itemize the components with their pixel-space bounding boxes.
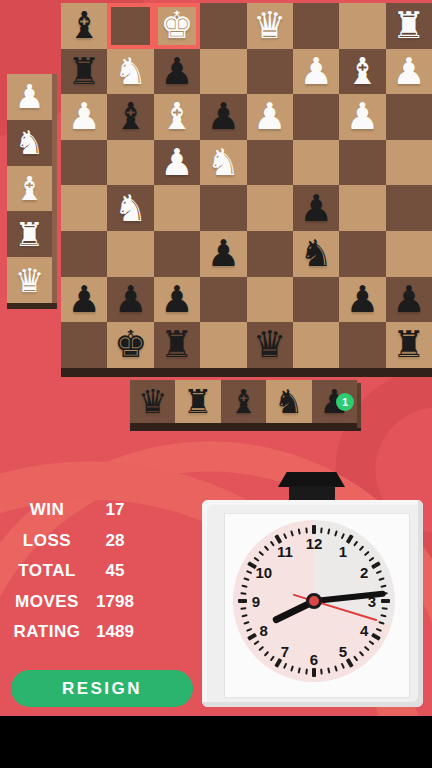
stat-label: WIN — [0, 500, 94, 520]
board-square[interactable]: ♟ — [154, 140, 200, 186]
board-square[interactable] — [293, 277, 339, 323]
black-pawn: ♟ — [299, 190, 332, 227]
stat-row-moves: MOVES 1798 — [0, 587, 200, 618]
stat-label: LOSS — [0, 531, 94, 551]
black-pawn: ♟ — [392, 281, 425, 318]
white-knight: ♞ — [114, 53, 147, 90]
clock-tick — [368, 557, 374, 562]
captured-piece-cell: ♞ — [7, 120, 52, 166]
clock-tick — [380, 585, 386, 588]
board-square[interactable] — [339, 231, 385, 277]
board-square[interactable]: ♜ — [154, 322, 200, 368]
white-king: ♚ — [160, 7, 193, 44]
board-square[interactable] — [339, 140, 385, 186]
board-square[interactable]: ♟ — [61, 277, 107, 323]
black-knight: ♞ — [299, 235, 332, 272]
clock-tick — [290, 665, 294, 671]
clock-tick — [305, 669, 308, 675]
black-rook: ♜ — [68, 53, 101, 90]
clock-tick — [382, 607, 388, 610]
white-knight: ♞ — [15, 126, 45, 159]
board-square[interactable]: ♟ — [293, 49, 339, 95]
clock-tick — [320, 527, 323, 533]
clock-number: 9 — [252, 593, 260, 610]
clock-tick — [283, 533, 287, 539]
clock-number: 11 — [277, 542, 293, 559]
stat-value: 1489 — [94, 622, 136, 642]
board-square[interactable] — [61, 185, 107, 231]
captured-piece-cell: ♛ — [7, 257, 52, 303]
board-square[interactable]: ♜ — [61, 49, 107, 95]
stat-value: 1798 — [94, 592, 136, 612]
clock-tick — [353, 655, 358, 661]
clock-tick — [238, 599, 247, 603]
clock-number: 8 — [260, 622, 268, 639]
board-square[interactable]: ♝ — [61, 3, 107, 49]
board-square[interactable]: ♜ — [386, 3, 432, 49]
board-square[interactable] — [339, 3, 385, 49]
captured-piece-cell: ♜ — [175, 380, 220, 423]
clock-tick — [376, 628, 382, 632]
black-pawn: ♟ — [160, 281, 193, 318]
clock-tick — [254, 640, 260, 645]
stat-value: 28 — [94, 531, 136, 551]
white-pawn: ♟ — [68, 98, 101, 135]
board-square[interactable] — [154, 185, 200, 231]
board-square[interactable]: ♟ — [154, 277, 200, 323]
board-square[interactable] — [107, 231, 153, 277]
clock-tick — [371, 633, 381, 641]
board-square[interactable]: ♝ — [339, 49, 385, 95]
stat-row-loss: LOSS 28 — [0, 526, 200, 557]
clock-number: 12 — [306, 535, 323, 552]
clock-tick — [353, 541, 358, 547]
clock-tick — [246, 628, 252, 632]
board-square[interactable]: ♟ — [339, 94, 385, 140]
captured-white-tray-edge — [52, 74, 57, 309]
clock-number: 5 — [339, 643, 347, 660]
board-square[interactable]: ♟ — [61, 94, 107, 140]
clock-tick — [298, 667, 301, 673]
board-square[interactable] — [200, 277, 246, 323]
board-square[interactable]: ♟ — [154, 49, 200, 95]
clock-tick — [258, 551, 264, 557]
board-square[interactable] — [200, 49, 246, 95]
black-queen: ♛ — [138, 385, 168, 418]
resign-button[interactable]: RESIGN — [11, 670, 193, 707]
clock-number: 7 — [281, 643, 289, 660]
white-bishop: ♝ — [160, 98, 193, 135]
white-pawn: ♟ — [346, 98, 379, 135]
board-square[interactable]: ♛ — [247, 3, 293, 49]
board-square[interactable]: ♚ — [107, 322, 153, 368]
clock-tick — [334, 530, 338, 536]
clock-number: 1 — [339, 542, 347, 559]
clock-tick — [359, 545, 365, 551]
stat-label: RATING — [0, 622, 94, 642]
board-square[interactable] — [61, 140, 107, 186]
chess-app-screen: ♝♚♛♜♜♞♟♟♝♟♟♝♝♟♟♟♟♞♞♟♟♞♟♟♟♟♟♚♜♛♜ ♟♞♝♜♛ ♛♜… — [0, 0, 432, 768]
board-square[interactable] — [386, 94, 432, 140]
board-square[interactable]: ♚ — [154, 3, 200, 49]
board-square[interactable] — [386, 231, 432, 277]
chess-clock: 123456789101112 — [202, 500, 423, 707]
white-knight: ♞ — [207, 144, 240, 181]
white-pawn: ♟ — [299, 53, 332, 90]
captured-piece-cell: ♝ — [221, 380, 266, 423]
captured-piece-cell: ♟ — [7, 74, 52, 120]
board-square[interactable] — [293, 140, 339, 186]
clock-center-knob — [306, 593, 322, 609]
clock-tick — [380, 614, 386, 617]
white-queen: ♛ — [15, 264, 45, 297]
board-square[interactable]: ♟ — [200, 231, 246, 277]
board-square[interactable]: ♝ — [154, 94, 200, 140]
clock-tick — [240, 607, 246, 610]
board-square[interactable]: ♟ — [200, 94, 246, 140]
black-king: ♚ — [114, 326, 147, 363]
clock-tick — [364, 551, 370, 557]
board-square[interactable] — [200, 322, 246, 368]
clock-number: 4 — [360, 622, 368, 639]
clock-tick — [364, 646, 370, 652]
clock-tick — [378, 621, 384, 625]
board-square[interactable] — [200, 185, 246, 231]
clock-tick — [359, 651, 365, 657]
captured-black-tray-edge — [357, 383, 361, 428]
board-square[interactable]: ♝ — [107, 94, 153, 140]
board-square[interactable]: ♟ — [339, 277, 385, 323]
clock-tick — [264, 651, 270, 657]
clock-tick — [381, 599, 390, 603]
board-square[interactable] — [107, 3, 153, 49]
board-square[interactable] — [386, 140, 432, 186]
black-pawn: ♟ — [207, 235, 240, 272]
board-square[interactable]: ♞ — [107, 49, 153, 95]
clock-tick — [241, 585, 247, 588]
clock-number: 10 — [255, 564, 272, 581]
black-pawn: ♟ — [207, 98, 240, 135]
clock-number: 2 — [360, 564, 368, 581]
clock-tick — [312, 525, 316, 534]
white-rook: ♜ — [15, 218, 45, 251]
captured-piece-cell: ♜ — [7, 211, 52, 257]
board-square[interactable]: ♟ — [107, 277, 153, 323]
clock-tick — [264, 545, 270, 551]
board-square[interactable] — [247, 231, 293, 277]
clock-tick — [312, 668, 316, 677]
black-bishop: ♝ — [229, 385, 259, 418]
board-square[interactable]: ♛ — [247, 322, 293, 368]
clock-tick — [290, 530, 294, 536]
board-square[interactable]: ♟ — [247, 94, 293, 140]
board-square[interactable]: ♞ — [107, 185, 153, 231]
capture-count-badge: 1 — [336, 393, 354, 411]
board-square[interactable]: ♟ — [386, 49, 432, 95]
stats-panel: WIN 17 LOSS 28 TOTAL 45 MOVES 1798 RATIN… — [0, 495, 200, 648]
white-bishop: ♝ — [15, 172, 45, 205]
board-square[interactable] — [247, 185, 293, 231]
clock-tick — [243, 621, 249, 625]
black-pawn: ♟ — [114, 281, 147, 318]
board-square[interactable] — [293, 3, 339, 49]
white-pawn: ♟ — [15, 80, 45, 113]
captured-white-tray: ♟♞♝♜♛ — [7, 74, 52, 303]
clock-tick — [327, 667, 330, 673]
stat-row-win: WIN 17 — [0, 495, 200, 526]
stat-label: MOVES — [0, 592, 94, 612]
board-square[interactable]: ♟ — [386, 277, 432, 323]
white-pawn: ♟ — [392, 53, 425, 90]
stat-label: TOTAL — [0, 561, 94, 581]
clock-tick — [240, 592, 246, 595]
clock-tick — [241, 614, 247, 617]
stat-value: 45 — [94, 561, 136, 581]
captured-white-tray-shadow — [7, 303, 57, 309]
board-square[interactable] — [154, 231, 200, 277]
board-square[interactable] — [339, 322, 385, 368]
clock-tick — [341, 533, 345, 539]
black-pawn: ♟ — [68, 281, 101, 318]
board-square[interactable]: ♞ — [293, 231, 339, 277]
clock-tick — [298, 528, 301, 534]
white-queen: ♛ — [253, 7, 286, 44]
board-bottom-edge — [61, 368, 432, 377]
board-square[interactable] — [293, 322, 339, 368]
black-rook: ♜ — [160, 326, 193, 363]
board-square[interactable] — [200, 3, 246, 49]
stat-value: 17 — [94, 500, 136, 520]
clock-tick — [378, 577, 384, 581]
clock-tick — [334, 665, 338, 671]
clock-number: 6 — [310, 651, 318, 668]
clock-tick — [327, 528, 330, 534]
black-pawn: ♟ — [346, 281, 379, 318]
clock-tick — [341, 663, 345, 669]
board-square[interactable]: ♟ — [293, 185, 339, 231]
white-knight: ♞ — [114, 190, 147, 227]
clock-face: 123456789101112 — [233, 520, 395, 682]
clock-frame: 123456789101112 — [224, 513, 410, 698]
white-rook: ♜ — [392, 7, 425, 44]
clock-tick — [270, 541, 275, 547]
clock-tick — [247, 633, 257, 641]
board-square[interactable]: ♞ — [200, 140, 246, 186]
black-rook: ♜ — [183, 385, 213, 418]
captured-black-tray-shadow — [130, 423, 361, 431]
white-pawn: ♟ — [253, 98, 286, 135]
board-square[interactable] — [386, 185, 432, 231]
black-bishop: ♝ — [68, 7, 101, 44]
board-square[interactable] — [339, 185, 385, 231]
clock-tick — [305, 527, 308, 533]
board-square[interactable] — [61, 231, 107, 277]
captured-piece-cell: ♛ — [130, 380, 175, 423]
black-queen: ♛ — [253, 326, 286, 363]
system-nav-bar — [0, 716, 432, 768]
clock-tick — [246, 570, 252, 574]
clock-tick — [376, 570, 382, 574]
clock-plunger-cap — [278, 472, 345, 487]
stat-row-total: TOTAL 45 — [0, 556, 200, 587]
clock-tick — [254, 557, 260, 562]
captured-piece-cell: ♞ — [266, 380, 311, 423]
white-bishop: ♝ — [346, 53, 379, 90]
black-rook: ♜ — [392, 326, 425, 363]
white-pawn: ♟ — [160, 144, 193, 181]
board-square[interactable] — [107, 140, 153, 186]
captured-black-tray: ♛♜♝♞♟ — [130, 380, 357, 423]
clock-tick — [368, 640, 374, 645]
clock-tick — [320, 669, 323, 675]
clock-tick — [371, 561, 381, 569]
clock-tick — [270, 655, 275, 661]
board-square[interactable] — [247, 277, 293, 323]
board-square[interactable] — [247, 49, 293, 95]
board-square[interactable] — [247, 140, 293, 186]
board-square[interactable] — [293, 94, 339, 140]
clock-tick — [258, 646, 264, 652]
black-knight: ♞ — [274, 385, 304, 418]
board-square[interactable] — [61, 322, 107, 368]
stat-row-rating: RATING 1489 — [0, 617, 200, 648]
board-square[interactable]: ♜ — [386, 322, 432, 368]
clock-tick — [243, 577, 249, 581]
chess-board: ♝♚♛♜♜♞♟♟♝♟♟♝♝♟♟♟♟♞♞♟♟♞♟♟♟♟♟♚♜♛♜ — [61, 3, 432, 368]
clock-tick — [283, 663, 287, 669]
black-bishop: ♝ — [114, 98, 147, 135]
black-pawn: ♟ — [160, 53, 193, 90]
captured-piece-cell: ♝ — [7, 166, 52, 212]
